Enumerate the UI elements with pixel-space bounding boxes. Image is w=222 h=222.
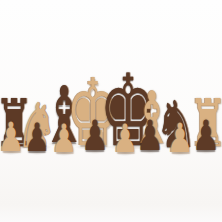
piece-ground-shadow bbox=[161, 143, 191, 149]
piece-ground-shadow bbox=[55, 150, 73, 156]
piece-ground-shadow bbox=[28, 149, 46, 155]
piece-ground-shadow bbox=[116, 150, 134, 156]
pieces-scene: ♜♞♝♚♚♝♞♜♟♟♟♟♟♟♟♟ bbox=[0, 0, 222, 222]
piece-ground-shadow bbox=[86, 148, 105, 154]
piece-ground-shadow bbox=[171, 150, 190, 156]
piece-ground-shadow bbox=[197, 148, 216, 154]
piece-ground-shadow bbox=[2, 149, 21, 155]
chess-set-product-photo: ♜♞♝♚♚♝♞♜♟♟♟♟♟♟♟♟ bbox=[0, 0, 222, 222]
piece-ground-shadow bbox=[141, 148, 160, 154]
